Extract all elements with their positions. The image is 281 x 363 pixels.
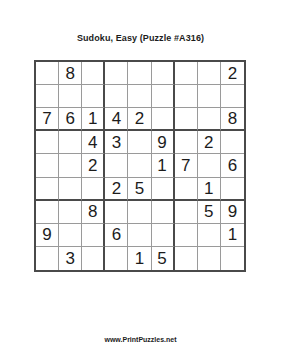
sudoku-cell-r4c4: 3: [105, 131, 128, 154]
sudoku-cell-r7c2: [59, 201, 82, 224]
sudoku-cell-r6c6: [152, 178, 175, 201]
sudoku-cell-r1c4: [105, 62, 128, 85]
sudoku-cell-r3c6: [152, 108, 175, 131]
sudoku-cell-r1c1: [36, 62, 59, 85]
sudoku-cell-r2c8: [198, 85, 221, 108]
sudoku-cell-r6c4: 2: [105, 178, 128, 201]
sudoku-cell-r9c1: [36, 247, 59, 270]
sudoku-cell-r4c1: [36, 131, 59, 154]
sudoku-cell-r5c2: [59, 154, 82, 177]
sudoku-cell-r8c2: [59, 224, 82, 247]
sudoku-cell-r8c7: [175, 224, 198, 247]
sudoku-cell-r1c6: [152, 62, 175, 85]
sudoku-cell-r3c8: [198, 108, 221, 131]
sudoku-cell-r5c8: [198, 154, 221, 177]
sudoku-cell-r2c7: [175, 85, 198, 108]
sudoku-cell-r4c5: [128, 131, 151, 154]
sudoku-cell-r7c8: 5: [198, 201, 221, 224]
sudoku-cell-r7c1: [36, 201, 59, 224]
sudoku-cell-r1c8: [198, 62, 221, 85]
sudoku-cell-r2c6: [152, 85, 175, 108]
sudoku-cell-r8c8: [198, 224, 221, 247]
sudoku-cell-r6c2: [59, 178, 82, 201]
sudoku-cell-r9c6: 5: [152, 247, 175, 270]
sudoku-cell-r6c3: [82, 178, 105, 201]
sudoku-cell-r6c5: 5: [128, 178, 151, 201]
puzzle-title: Sudoku, Easy (Puzzle #A316): [0, 33, 281, 43]
sudoku-cell-r1c5: [128, 62, 151, 85]
sudoku-cell-r7c4: [105, 201, 128, 224]
sudoku-cell-r9c4: [105, 247, 128, 270]
sudoku-cell-r5c3: 2: [82, 154, 105, 177]
sudoku-cell-r5c4: [105, 154, 128, 177]
sudoku-cell-r9c5: 1: [128, 247, 151, 270]
sudoku-cell-r3c4: 4: [105, 108, 128, 131]
sudoku-cell-r7c6: [152, 201, 175, 224]
sudoku-cell-r9c2: 3: [59, 247, 82, 270]
sudoku-cell-r8c3: [82, 224, 105, 247]
sudoku-cell-r1c9: 2: [221, 62, 244, 85]
sudoku-cell-r3c5: 2: [128, 108, 151, 131]
sudoku-cell-r4c7: [175, 131, 198, 154]
sudoku-cell-r4c2: [59, 131, 82, 154]
sudoku-cell-r5c9: 6: [221, 154, 244, 177]
sudoku-cell-r2c3: [82, 85, 105, 108]
sudoku-cell-r1c7: [175, 62, 198, 85]
sudoku-cell-r6c9: [221, 178, 244, 201]
footer-url: www.PrintPuzzles.net: [0, 336, 281, 343]
sudoku-cell-r9c9: [221, 247, 244, 270]
sudoku-cell-r4c6: 9: [152, 131, 175, 154]
sudoku-cell-r5c1: [36, 154, 59, 177]
sudoku-cell-r3c3: 1: [82, 108, 105, 131]
sudoku-cell-r9c3: [82, 247, 105, 270]
sudoku-cell-r4c8: 2: [198, 131, 221, 154]
sudoku-cell-r2c2: [59, 85, 82, 108]
sudoku-cell-r8c9: 1: [221, 224, 244, 247]
sudoku-cell-r8c1: 9: [36, 224, 59, 247]
sudoku-cell-r3c1: 7: [36, 108, 59, 131]
sudoku-cell-r7c3: 8: [82, 201, 105, 224]
sudoku-cell-r7c7: [175, 201, 198, 224]
sudoku-cell-r5c5: [128, 154, 151, 177]
sudoku-cell-r3c9: 8: [221, 108, 244, 131]
sudoku-cell-r6c8: 1: [198, 178, 221, 201]
sudoku-cell-r7c5: [128, 201, 151, 224]
sudoku-cell-r8c4: 6: [105, 224, 128, 247]
sudoku-cell-r8c6: [152, 224, 175, 247]
sudoku-cell-r8c5: [128, 224, 151, 247]
sudoku-cell-r4c3: 4: [82, 131, 105, 154]
sudoku-cell-r3c2: 6: [59, 108, 82, 131]
sudoku-cell-r4c9: [221, 131, 244, 154]
sudoku-cell-r1c2: 8: [59, 62, 82, 85]
sudoku-cell-r7c9: 9: [221, 201, 244, 224]
sudoku-cell-r5c7: 7: [175, 154, 198, 177]
sudoku-cell-r5c6: 1: [152, 154, 175, 177]
sudoku-cell-r6c7: [175, 178, 198, 201]
sudoku-board: 8276142843922176251859961315: [34, 60, 246, 272]
sudoku-cell-r9c8: [198, 247, 221, 270]
sudoku-cell-r6c1: [36, 178, 59, 201]
sudoku-cell-r2c5: [128, 85, 151, 108]
sudoku-cell-r2c1: [36, 85, 59, 108]
sudoku-cell-r1c3: [82, 62, 105, 85]
sudoku-cell-r3c7: [175, 108, 198, 131]
sudoku-cell-r2c4: [105, 85, 128, 108]
sudoku-cell-r9c7: [175, 247, 198, 270]
sudoku-cell-r2c9: [221, 85, 244, 108]
